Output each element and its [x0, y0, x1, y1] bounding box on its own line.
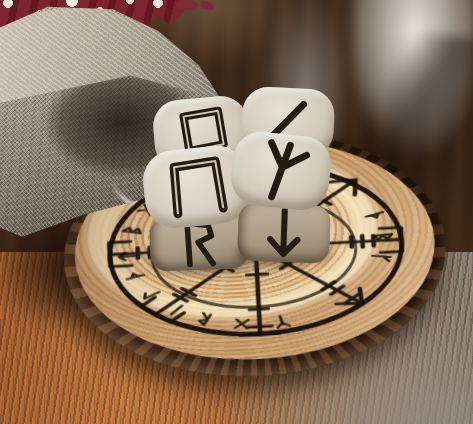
algiz-rune-icon	[228, 129, 333, 213]
rune-die-front-right[interactable]	[230, 134, 336, 264]
die-top-face	[228, 129, 333, 213]
rune-casting-scene	[0, 0, 473, 424]
red-cloth-fringe	[176, 0, 198, 10]
